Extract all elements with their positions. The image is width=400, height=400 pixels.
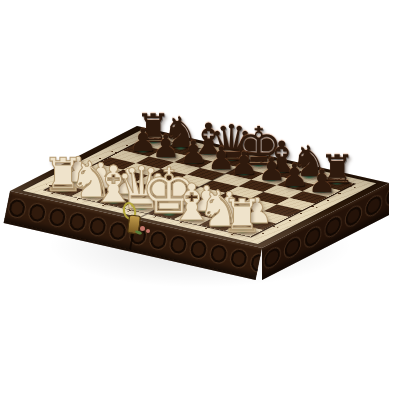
black-pawn-icon: ♟ — [280, 160, 308, 191]
flower-ornament-icon — [140, 226, 145, 231]
flower-ornament-icon — [146, 229, 150, 233]
pieces-layer: ♜♞♝♛♚♝♞♜♟♟♟♟♟♟♟♟♟♟♟♟♟♟♟♟♜♞♝♛♚♝♞♜ — [0, 0, 400, 400]
black-pawn-icon: ♟ — [230, 148, 258, 179]
product-photo-scene: ♜♞♝♛♚♝♞♜♟♟♟♟♟♟♟♟♟♟♟♟♟♟♟♟♜♞♝♛♚♝♞♜ — [0, 0, 400, 400]
white-rook-icon: ♜ — [221, 192, 263, 239]
black-pawn-icon: ♟ — [308, 165, 336, 196]
